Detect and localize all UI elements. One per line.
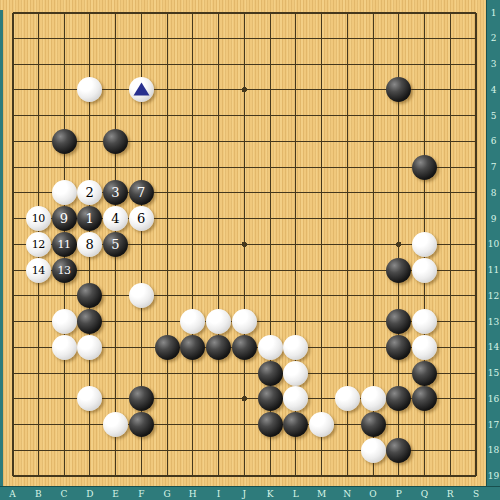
column-label-H: H: [189, 490, 197, 499]
row-label-8: 8: [491, 188, 497, 197]
white-stone-K14[interactable]: [258, 335, 283, 360]
black-stone-Q15[interactable]: [412, 361, 437, 386]
white-stone-O18[interactable]: [361, 438, 386, 463]
white-stone-F4[interactable]: [129, 77, 154, 102]
row-label-15: 15: [488, 369, 499, 378]
row-label-13: 13: [488, 317, 499, 326]
white-stone-C13[interactable]: [52, 309, 77, 334]
black-stone-K17[interactable]: [258, 412, 283, 437]
white-stone-M17[interactable]: [309, 412, 334, 437]
star-point-J4: [242, 87, 247, 92]
white-stone-D10[interactable]: 8: [77, 232, 102, 257]
column-label-B: B: [35, 490, 42, 499]
row-label-1: 1: [491, 8, 497, 17]
column-label-E: E: [112, 490, 119, 499]
white-stone-Q11[interactable]: [412, 258, 437, 283]
black-stone-E10[interactable]: 5: [103, 232, 128, 257]
black-stone-P14[interactable]: [386, 335, 411, 360]
white-stone-B10[interactable]: 12: [26, 232, 51, 257]
white-stone-C8[interactable]: [52, 180, 77, 205]
column-label-Q: Q: [421, 490, 428, 499]
black-stone-H14[interactable]: [180, 335, 205, 360]
move-number-5: 5: [103, 232, 128, 257]
white-stone-C14[interactable]: [52, 335, 77, 360]
black-stone-I14[interactable]: [206, 335, 231, 360]
column-label-P: P: [396, 490, 402, 499]
move-number-14: 14: [26, 258, 51, 283]
column-label-N: N: [343, 490, 351, 499]
black-stone-P18[interactable]: [386, 438, 411, 463]
black-stone-K16[interactable]: [258, 386, 283, 411]
black-stone-E8[interactable]: 3: [103, 180, 128, 205]
white-stone-E9[interactable]: 4: [103, 206, 128, 231]
move-number-2: 2: [77, 180, 102, 205]
column-label-M: M: [317, 490, 326, 499]
black-stone-K15[interactable]: [258, 361, 283, 386]
white-stone-N16[interactable]: [335, 386, 360, 411]
column-label-K: K: [267, 490, 274, 499]
move-number-3: 3: [103, 180, 128, 205]
row-label-9: 9: [491, 214, 497, 223]
white-stone-B9[interactable]: 10: [26, 206, 51, 231]
white-stone-D8[interactable]: 2: [77, 180, 102, 205]
go-board-window: 2371091461211851413 ABCDEFGHIJKLMNOPQRS1…: [0, 0, 500, 500]
black-stone-P11[interactable]: [386, 258, 411, 283]
row-label-2: 2: [491, 34, 497, 43]
move-number-10: 10: [26, 206, 51, 231]
black-stone-C11[interactable]: 13: [52, 258, 77, 283]
black-stone-D9[interactable]: 1: [77, 206, 102, 231]
row-label-10: 10: [488, 240, 499, 249]
move-number-7: 7: [129, 180, 154, 205]
white-stone-Q10[interactable]: [412, 232, 437, 257]
black-stone-C10[interactable]: 11: [52, 232, 77, 257]
white-stone-B11[interactable]: 14: [26, 258, 51, 283]
row-label-6: 6: [491, 137, 497, 146]
row-label-5: 5: [491, 111, 497, 120]
black-stone-C9[interactable]: 9: [52, 206, 77, 231]
white-stone-L15[interactable]: [283, 361, 308, 386]
column-label-O: O: [369, 490, 376, 499]
move-number-9: 9: [52, 206, 77, 231]
column-label-C: C: [61, 490, 68, 499]
white-stone-F9[interactable]: 6: [129, 206, 154, 231]
move-number-4: 4: [103, 206, 128, 231]
triangle-mark-icon: [129, 77, 154, 102]
column-label-F: F: [138, 490, 144, 499]
move-number-12: 12: [26, 232, 51, 257]
black-stone-C6[interactable]: [52, 129, 77, 154]
column-label-I: I: [217, 490, 221, 499]
black-stone-J14[interactable]: [232, 335, 257, 360]
black-stone-E6[interactable]: [103, 129, 128, 154]
row-label-7: 7: [491, 163, 497, 172]
black-stone-F8[interactable]: 7: [129, 180, 154, 205]
white-stone-J13[interactable]: [232, 309, 257, 334]
white-stone-L14[interactable]: [283, 335, 308, 360]
row-label-17: 17: [488, 420, 499, 429]
white-stone-E17[interactable]: [103, 412, 128, 437]
black-stone-O17[interactable]: [361, 412, 386, 437]
move-number-1: 1: [77, 206, 102, 231]
column-label-G: G: [163, 490, 170, 499]
row-label-19: 19: [488, 472, 499, 481]
row-label-12: 12: [488, 291, 499, 300]
move-number-11: 11: [52, 232, 77, 257]
row-label-16: 16: [488, 394, 499, 403]
row-label-14: 14: [488, 343, 499, 352]
move-number-13: 13: [52, 258, 77, 283]
row-label-3: 3: [491, 60, 497, 69]
column-label-L: L: [293, 490, 299, 499]
row-label-18: 18: [488, 446, 499, 455]
white-stone-Q14[interactable]: [412, 335, 437, 360]
star-point-P10: [396, 242, 401, 247]
column-label-S: S: [473, 490, 479, 499]
black-stone-Q7[interactable]: [412, 155, 437, 180]
row-label-11: 11: [488, 266, 499, 275]
column-label-R: R: [447, 490, 454, 499]
white-stone-O16[interactable]: [361, 386, 386, 411]
column-label-J: J: [242, 490, 246, 499]
star-point-J16: [242, 396, 247, 401]
move-number-6: 6: [129, 206, 154, 231]
move-number-8: 8: [77, 232, 102, 257]
column-label-D: D: [86, 490, 93, 499]
white-stone-I13[interactable]: [206, 309, 231, 334]
row-label-4: 4: [491, 85, 497, 94]
white-stone-D14[interactable]: [77, 335, 102, 360]
black-stone-G14[interactable]: [155, 335, 180, 360]
black-stone-F16[interactable]: [129, 386, 154, 411]
white-stone-Q13[interactable]: [412, 309, 437, 334]
black-stone-F17[interactable]: [129, 412, 154, 437]
star-point-J10: [242, 242, 247, 247]
column-label-A: A: [9, 490, 16, 499]
white-stone-F12[interactable]: [129, 283, 154, 308]
